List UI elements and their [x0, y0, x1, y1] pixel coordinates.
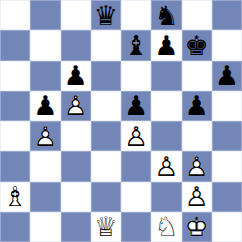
chess-board: ♛♞♝♟♚♟♟♟♟♙♟♟♟♙♟♙♟♙♟♙♝♗♟♙♛♕♞♘♚♔	[0, 0, 242, 242]
white-pawn-fill-icon: ♟	[30, 121, 60, 151]
square-g7[interactable]: ♚	[182, 30, 212, 60]
square-e3[interactable]	[121, 151, 151, 181]
piece-black-queen[interactable]: ♛	[91, 0, 121, 30]
square-g1[interactable]: ♚♔	[182, 212, 212, 242]
square-f2[interactable]	[151, 182, 181, 212]
black-bishop-icon: ♝	[121, 30, 151, 60]
square-b8[interactable]	[30, 0, 60, 30]
black-pawn-icon: ♟	[121, 91, 151, 121]
square-c8[interactable]	[61, 0, 91, 30]
square-f6[interactable]	[151, 61, 181, 91]
piece-black-knight[interactable]: ♞	[151, 0, 181, 30]
black-knight-icon: ♞	[151, 0, 181, 30]
square-g3[interactable]: ♟♙	[182, 151, 212, 181]
piece-black-pawn[interactable]: ♟	[61, 61, 91, 91]
square-b1[interactable]	[30, 212, 60, 242]
square-e7[interactable]: ♝	[121, 30, 151, 60]
white-pawn-fill-icon: ♟	[61, 91, 91, 121]
square-f8[interactable]: ♞	[151, 0, 181, 30]
piece-white-pawn[interactable]: ♟♙	[151, 151, 181, 181]
square-h4[interactable]	[212, 121, 242, 151]
square-b7[interactable]	[30, 30, 60, 60]
square-d2[interactable]	[91, 182, 121, 212]
square-b5[interactable]: ♟	[30, 91, 60, 121]
square-d4[interactable]	[91, 121, 121, 151]
square-a5[interactable]	[0, 91, 30, 121]
square-f1[interactable]: ♞♘	[151, 212, 181, 242]
square-f4[interactable]	[151, 121, 181, 151]
square-a6[interactable]	[0, 61, 30, 91]
square-a1[interactable]	[0, 212, 30, 242]
square-e2[interactable]	[121, 182, 151, 212]
white-queen-icon: ♕	[91, 212, 121, 242]
square-g4[interactable]	[182, 121, 212, 151]
square-f3[interactable]: ♟♙	[151, 151, 181, 181]
square-c1[interactable]	[61, 212, 91, 242]
white-knight-fill-icon: ♞	[151, 212, 181, 242]
square-e5[interactable]: ♟	[121, 91, 151, 121]
piece-black-pawn[interactable]: ♟	[151, 30, 181, 60]
piece-white-pawn[interactable]: ♟♙	[182, 151, 212, 181]
square-a8[interactable]	[0, 0, 30, 30]
square-e6[interactable]	[121, 61, 151, 91]
white-pawn-icon: ♙	[182, 182, 212, 212]
square-a7[interactable]	[0, 30, 30, 60]
piece-black-pawn[interactable]: ♟	[121, 91, 151, 121]
white-queen-fill-icon: ♛	[91, 212, 121, 242]
white-pawn-icon: ♙	[182, 151, 212, 181]
square-f7[interactable]: ♟	[151, 30, 181, 60]
square-b6[interactable]	[30, 61, 60, 91]
piece-white-pawn[interactable]: ♟♙	[30, 121, 60, 151]
black-pawn-icon: ♟	[212, 61, 242, 91]
square-c5[interactable]: ♟♙	[61, 91, 91, 121]
piece-black-pawn[interactable]: ♟	[30, 91, 60, 121]
square-d7[interactable]	[91, 30, 121, 60]
piece-white-king[interactable]: ♚♔	[182, 212, 212, 242]
piece-white-pawn[interactable]: ♟♙	[121, 121, 151, 151]
square-g8[interactable]	[182, 0, 212, 30]
square-a2[interactable]: ♝♗	[0, 182, 30, 212]
square-h1[interactable]	[212, 212, 242, 242]
square-c7[interactable]	[61, 30, 91, 60]
square-d6[interactable]	[91, 61, 121, 91]
white-pawn-icon: ♙	[30, 121, 60, 151]
square-h6[interactable]: ♟	[212, 61, 242, 91]
white-knight-icon: ♘	[151, 212, 181, 242]
black-pawn-icon: ♟	[61, 61, 91, 91]
white-pawn-icon: ♙	[61, 91, 91, 121]
square-d8[interactable]: ♛	[91, 0, 121, 30]
white-pawn-icon: ♙	[121, 121, 151, 151]
square-b2[interactable]	[30, 182, 60, 212]
square-h7[interactable]	[212, 30, 242, 60]
piece-white-queen[interactable]: ♛♕	[91, 212, 121, 242]
square-h2[interactable]	[212, 182, 242, 212]
square-a4[interactable]	[0, 121, 30, 151]
piece-white-knight[interactable]: ♞♘	[151, 212, 181, 242]
piece-white-bishop[interactable]: ♝♗	[0, 182, 30, 212]
square-h3[interactable]	[212, 151, 242, 181]
square-b4[interactable]: ♟♙	[30, 121, 60, 151]
square-c3[interactable]	[61, 151, 91, 181]
square-e4[interactable]: ♟♙	[121, 121, 151, 151]
black-king-icon: ♚	[182, 30, 212, 60]
piece-black-bishop[interactable]: ♝	[121, 30, 151, 60]
square-h8[interactable]	[212, 0, 242, 30]
square-e8[interactable]	[121, 0, 151, 30]
black-pawn-icon: ♟	[151, 30, 181, 60]
square-c2[interactable]	[61, 182, 91, 212]
black-queen-icon: ♛	[91, 0, 121, 30]
white-pawn-fill-icon: ♟	[151, 151, 181, 181]
white-king-icon: ♔	[182, 212, 212, 242]
black-pawn-icon: ♟	[30, 91, 60, 121]
square-f5[interactable]	[151, 91, 181, 121]
piece-black-king[interactable]: ♚	[182, 30, 212, 60]
square-b3[interactable]	[30, 151, 60, 181]
white-pawn-fill-icon: ♟	[121, 121, 151, 151]
piece-white-pawn[interactable]: ♟♙	[182, 182, 212, 212]
square-c6[interactable]: ♟	[61, 61, 91, 91]
square-e1[interactable]	[121, 212, 151, 242]
white-bishop-fill-icon: ♝	[0, 182, 30, 212]
white-king-fill-icon: ♚	[182, 212, 212, 242]
piece-black-pawn[interactable]: ♟	[182, 91, 212, 121]
square-d5[interactable]	[91, 91, 121, 121]
white-pawn-icon: ♙	[151, 151, 181, 181]
square-g2[interactable]: ♟♙	[182, 182, 212, 212]
square-g6[interactable]	[182, 61, 212, 91]
piece-white-pawn[interactable]: ♟♙	[61, 91, 91, 121]
square-c4[interactable]	[61, 121, 91, 151]
piece-black-pawn[interactable]: ♟	[212, 61, 242, 91]
square-d1[interactable]: ♛♕	[91, 212, 121, 242]
square-g5[interactable]: ♟	[182, 91, 212, 121]
square-a3[interactable]	[0, 151, 30, 181]
square-d3[interactable]	[91, 151, 121, 181]
white-bishop-icon: ♗	[0, 182, 30, 212]
black-pawn-icon: ♟	[182, 91, 212, 121]
square-h5[interactable]	[212, 91, 242, 121]
white-pawn-fill-icon: ♟	[182, 182, 212, 212]
white-pawn-fill-icon: ♟	[182, 151, 212, 181]
